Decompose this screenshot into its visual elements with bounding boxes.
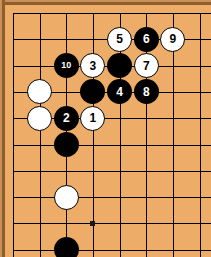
grid-hline <box>13 145 211 146</box>
black-stone-move-2: 2 <box>54 106 79 131</box>
black-stone <box>54 237 79 257</box>
black-stone <box>80 79 105 104</box>
black-stone-move-6: 6 <box>134 27 159 52</box>
black-stone-move-10: 10 <box>54 53 79 78</box>
white-stone <box>54 185 79 210</box>
move-number-label: 5 <box>116 33 123 45</box>
white-stone <box>27 106 52 131</box>
grid-hline <box>13 171 211 172</box>
move-number-label: 10 <box>61 61 71 70</box>
grid-hline <box>13 250 211 251</box>
grid-vline <box>200 13 201 257</box>
grid-vline <box>40 13 41 257</box>
white-stone <box>27 79 52 104</box>
go-diagram-screenshot: 56910374821 <box>0 0 211 257</box>
move-number-label: 3 <box>90 60 97 72</box>
move-number-label: 4 <box>116 86 123 98</box>
grid-hline <box>13 223 211 224</box>
white-stone-move-9: 9 <box>160 27 185 52</box>
square-point-marker <box>90 221 95 226</box>
grid-hline <box>13 13 211 14</box>
board-left-edge <box>0 0 5 257</box>
black-stone <box>107 53 132 78</box>
move-number-label: 7 <box>143 60 150 72</box>
white-stone-move-5: 5 <box>107 27 132 52</box>
black-stone-move-4: 4 <box>107 79 132 104</box>
white-stone-move-1: 1 <box>80 106 105 131</box>
white-stone-move-3: 3 <box>80 53 105 78</box>
grid-hline <box>13 197 211 198</box>
board-top-edge <box>0 0 211 5</box>
black-stone <box>54 132 79 157</box>
grid-vline <box>13 13 14 257</box>
black-stone-move-8: 8 <box>134 79 159 104</box>
move-number-label: 6 <box>143 33 150 45</box>
white-stone-move-7: 7 <box>134 53 159 78</box>
move-number-label: 9 <box>170 33 177 45</box>
go-board: 56910374821 <box>0 0 211 257</box>
move-number-label: 1 <box>90 112 97 124</box>
move-number-label: 2 <box>63 112 70 124</box>
move-number-label: 8 <box>143 86 150 98</box>
